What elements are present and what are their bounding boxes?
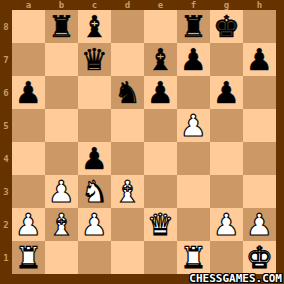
square-h8[interactable] xyxy=(243,10,276,43)
black-pawn-e6[interactable]: ♟ xyxy=(147,76,174,109)
square-d3[interactable]: ♝ xyxy=(111,175,144,208)
square-g7[interactable] xyxy=(210,43,243,76)
file-labels: abcdefgh xyxy=(12,0,276,10)
square-d4[interactable] xyxy=(111,142,144,175)
black-rook-b8[interactable]: ♜ xyxy=(48,10,75,43)
square-b3[interactable]: ♟ xyxy=(45,175,78,208)
file-label-f: f xyxy=(177,0,210,10)
square-h5[interactable] xyxy=(243,109,276,142)
square-g8[interactable]: ♚ xyxy=(210,10,243,43)
square-e8[interactable] xyxy=(144,10,177,43)
black-pawn-f7[interactable]: ♟ xyxy=(180,43,207,76)
square-f6[interactable] xyxy=(177,76,210,109)
square-b5[interactable] xyxy=(45,109,78,142)
file-label-a: a xyxy=(12,0,45,10)
white-pawn-a2[interactable]: ♟ xyxy=(15,208,42,241)
file-label-e: e xyxy=(144,0,177,10)
square-d2[interactable] xyxy=(111,208,144,241)
square-d5[interactable] xyxy=(111,109,144,142)
white-knight-c3[interactable]: ♞ xyxy=(81,175,108,208)
square-f2[interactable] xyxy=(177,208,210,241)
white-pawn-g2[interactable]: ♟ xyxy=(213,208,240,241)
square-a5[interactable] xyxy=(12,109,45,142)
black-bishop-c8[interactable]: ♝ xyxy=(81,10,108,43)
square-g2[interactable]: ♟ xyxy=(210,208,243,241)
file-label-g: g xyxy=(210,0,243,10)
square-c8[interactable]: ♝ xyxy=(78,10,111,43)
square-c6[interactable] xyxy=(78,76,111,109)
square-h4[interactable] xyxy=(243,142,276,175)
square-a4[interactable] xyxy=(12,142,45,175)
square-a6[interactable]: ♟ xyxy=(12,76,45,109)
square-c2[interactable]: ♟ xyxy=(78,208,111,241)
square-e7[interactable]: ♝ xyxy=(144,43,177,76)
white-pawn-b3[interactable]: ♟ xyxy=(48,175,75,208)
white-rook-f1[interactable]: ♜ xyxy=(180,241,207,274)
square-h2[interactable]: ♟ xyxy=(243,208,276,241)
square-d1[interactable] xyxy=(111,241,144,274)
black-knight-d6[interactable]: ♞ xyxy=(114,76,141,109)
square-f1[interactable]: ♜ xyxy=(177,241,210,274)
rank-label-6: 6 xyxy=(0,76,12,109)
square-f4[interactable] xyxy=(177,142,210,175)
square-a8[interactable] xyxy=(12,10,45,43)
square-c5[interactable] xyxy=(78,109,111,142)
white-queen-e2[interactable]: ♛ xyxy=(147,208,174,241)
square-c4[interactable]: ♟ xyxy=(78,142,111,175)
white-king-h1[interactable]: ♚ xyxy=(246,241,273,274)
chess-board-frame: abcdefgh 87654321 ♜♝♜♚♛♝♟♟♟♞♟♟♟♟♟♞♝♟♝♟♛♟… xyxy=(0,0,284,284)
white-bishop-d3[interactable]: ♝ xyxy=(114,175,141,208)
black-pawn-g6[interactable]: ♟ xyxy=(213,76,240,109)
square-g1[interactable] xyxy=(210,241,243,274)
square-e5[interactable] xyxy=(144,109,177,142)
square-d6[interactable]: ♞ xyxy=(111,76,144,109)
site-branding: CHESSGAMES.COM xyxy=(189,273,282,284)
chess-board: ♜♝♜♚♛♝♟♟♟♞♟♟♟♟♟♞♝♟♝♟♛♟♟♜♜♚ xyxy=(12,10,276,274)
square-a2[interactable]: ♟ xyxy=(12,208,45,241)
file-label-b: b xyxy=(45,0,78,10)
black-rook-f8[interactable]: ♜ xyxy=(180,10,207,43)
square-b2[interactable]: ♝ xyxy=(45,208,78,241)
square-b8[interactable]: ♜ xyxy=(45,10,78,43)
square-a7[interactable] xyxy=(12,43,45,76)
rank-label-7: 7 xyxy=(0,43,12,76)
square-d7[interactable] xyxy=(111,43,144,76)
square-c3[interactable]: ♞ xyxy=(78,175,111,208)
square-h3[interactable] xyxy=(243,175,276,208)
black-queen-c7[interactable]: ♛ xyxy=(81,43,108,76)
square-e4[interactable] xyxy=(144,142,177,175)
square-f7[interactable]: ♟ xyxy=(177,43,210,76)
black-bishop-e7[interactable]: ♝ xyxy=(147,43,174,76)
rank-label-3: 3 xyxy=(0,175,12,208)
white-bishop-b2[interactable]: ♝ xyxy=(48,208,75,241)
square-e3[interactable] xyxy=(144,175,177,208)
white-pawn-c2[interactable]: ♟ xyxy=(81,208,108,241)
square-g6[interactable]: ♟ xyxy=(210,76,243,109)
square-g3[interactable] xyxy=(210,175,243,208)
square-g5[interactable] xyxy=(210,109,243,142)
file-label-d: d xyxy=(111,0,144,10)
square-a3[interactable] xyxy=(12,175,45,208)
square-d8[interactable] xyxy=(111,10,144,43)
square-e6[interactable]: ♟ xyxy=(144,76,177,109)
square-b6[interactable] xyxy=(45,76,78,109)
square-e2[interactable]: ♛ xyxy=(144,208,177,241)
file-label-c: c xyxy=(78,0,111,10)
white-pawn-f5[interactable]: ♟ xyxy=(180,109,207,142)
black-king-g8[interactable]: ♚ xyxy=(213,10,240,43)
rank-labels: 87654321 xyxy=(0,10,12,274)
black-pawn-a6[interactable]: ♟ xyxy=(15,76,42,109)
square-h1[interactable]: ♚ xyxy=(243,241,276,274)
square-e1[interactable] xyxy=(144,241,177,274)
square-g4[interactable] xyxy=(210,142,243,175)
rank-label-5: 5 xyxy=(0,109,12,142)
square-f5[interactable]: ♟ xyxy=(177,109,210,142)
square-b4[interactable] xyxy=(45,142,78,175)
square-c7[interactable]: ♛ xyxy=(78,43,111,76)
file-label-h: h xyxy=(243,0,276,10)
rank-label-1: 1 xyxy=(0,241,12,274)
white-pawn-h2[interactable]: ♟ xyxy=(246,208,273,241)
square-h7[interactable]: ♟ xyxy=(243,43,276,76)
rank-label-4: 4 xyxy=(0,142,12,175)
white-rook-a1[interactable]: ♜ xyxy=(15,241,42,274)
rank-label-2: 2 xyxy=(0,208,12,241)
square-f8[interactable]: ♜ xyxy=(177,10,210,43)
square-f3[interactable] xyxy=(177,175,210,208)
rank-label-8: 8 xyxy=(0,10,12,43)
square-a1[interactable]: ♜ xyxy=(12,241,45,274)
black-pawn-c4[interactable]: ♟ xyxy=(81,142,108,175)
square-h6[interactable] xyxy=(243,76,276,109)
square-b7[interactable] xyxy=(45,43,78,76)
square-c1[interactable] xyxy=(78,241,111,274)
black-pawn-h7[interactable]: ♟ xyxy=(246,43,273,76)
square-b1[interactable] xyxy=(45,241,78,274)
